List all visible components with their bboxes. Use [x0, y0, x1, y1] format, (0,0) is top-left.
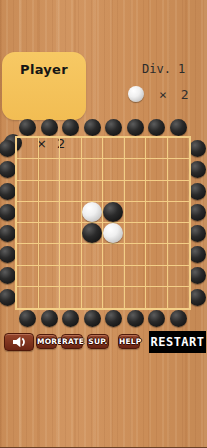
help-button[interactable]: HELP: [118, 334, 140, 349]
board-cell[interactable]: [146, 202, 168, 223]
board-cell[interactable]: [125, 159, 147, 180]
border-stone: [170, 310, 187, 327]
board-cell[interactable]: [60, 159, 82, 180]
board-cell[interactable]: [60, 138, 82, 159]
border-stone: [41, 310, 58, 327]
border-stone: [105, 119, 122, 136]
board-cell[interactable]: [39, 159, 61, 180]
restart-button[interactable]: RESTART: [149, 331, 206, 353]
board-cell[interactable]: [39, 138, 61, 159]
border-stone: [189, 246, 206, 263]
border-stone: [0, 161, 16, 178]
opponent-label: Div. 1: [142, 62, 185, 76]
board-cell[interactable]: [17, 138, 39, 159]
border-stone: [0, 225, 16, 242]
opponent-panel: Div. 1 × 2: [118, 60, 203, 105]
board-cell[interactable]: [125, 244, 147, 265]
sound-button[interactable]: [4, 333, 34, 351]
border-stone: [189, 267, 206, 284]
board-cell[interactable]: [82, 223, 104, 244]
board-cell[interactable]: [103, 266, 125, 287]
board-cell[interactable]: [146, 223, 168, 244]
board-cell[interactable]: [82, 266, 104, 287]
board-cell[interactable]: [146, 181, 168, 202]
black-disc: [103, 202, 123, 222]
board-cell[interactable]: [125, 202, 147, 223]
board-cell[interactable]: [60, 202, 82, 223]
board-cell[interactable]: [39, 223, 61, 244]
board-cell[interactable]: [39, 202, 61, 223]
board-cell[interactable]: [39, 181, 61, 202]
board-cell[interactable]: [146, 287, 168, 308]
border-stone: [84, 310, 101, 327]
border-stone: [105, 310, 122, 327]
board-cell[interactable]: [168, 159, 190, 180]
board-cell[interactable]: [168, 244, 190, 265]
board-cell[interactable]: [125, 266, 147, 287]
board-cell[interactable]: [17, 159, 39, 180]
board-cell[interactable]: [60, 181, 82, 202]
board-cell[interactable]: [168, 138, 190, 159]
board-cell[interactable]: [60, 223, 82, 244]
board-cell[interactable]: [60, 266, 82, 287]
border-stone: [0, 289, 16, 306]
board-cell[interactable]: [82, 202, 104, 223]
board-cell[interactable]: [103, 202, 125, 223]
board-cell[interactable]: [125, 138, 147, 159]
board-cell[interactable]: [17, 202, 39, 223]
board-cell[interactable]: [39, 266, 61, 287]
border-stone: [0, 267, 16, 284]
board-cell[interactable]: [17, 266, 39, 287]
border-stone: [0, 140, 16, 157]
black-disc: [82, 223, 102, 243]
border-stone: [189, 204, 206, 221]
board-cell[interactable]: [17, 244, 39, 265]
board-cell[interactable]: [168, 223, 190, 244]
border-stone: [189, 161, 206, 178]
board-cell[interactable]: [60, 244, 82, 265]
board-cell[interactable]: [103, 138, 125, 159]
board-cell[interactable]: [17, 287, 39, 308]
board-cell[interactable]: [146, 266, 168, 287]
board-cell[interactable]: [17, 223, 39, 244]
border-stone: [148, 310, 165, 327]
opponent-white-disc: [128, 86, 144, 102]
board-cell[interactable]: [103, 181, 125, 202]
white-disc: [103, 223, 123, 243]
border-stone: [84, 119, 101, 136]
border-stone: [62, 310, 79, 327]
speaker-icon: [11, 336, 27, 348]
board-cell[interactable]: [168, 181, 190, 202]
game-screen: Player × 2 Div. 1 × 2 MORE RATE SUP. HEL…: [0, 0, 207, 448]
board-cell[interactable]: [103, 159, 125, 180]
board-cell[interactable]: [168, 287, 190, 308]
board-cell[interactable]: [17, 181, 39, 202]
border-stone: [62, 119, 79, 136]
board-cell[interactable]: [60, 287, 82, 308]
border-stone: [189, 289, 206, 306]
board-cell[interactable]: [146, 138, 168, 159]
border-stone: [148, 119, 165, 136]
more-button[interactable]: MORE: [36, 334, 57, 349]
board-cell[interactable]: [82, 181, 104, 202]
board-cell[interactable]: [125, 223, 147, 244]
board-cell[interactable]: [39, 287, 61, 308]
board-cell[interactable]: [82, 159, 104, 180]
border-stone: [189, 225, 206, 242]
board-cell[interactable]: [168, 266, 190, 287]
rate-button[interactable]: RATE: [61, 334, 83, 349]
border-stone: [0, 183, 16, 200]
board-cell[interactable]: [146, 159, 168, 180]
board-cell[interactable]: [82, 287, 104, 308]
board-cell[interactable]: [103, 223, 125, 244]
border-stone: [0, 246, 16, 263]
board-grid: [15, 136, 191, 310]
border-stone: [41, 119, 58, 136]
board-cell[interactable]: [146, 244, 168, 265]
border-stone: [19, 119, 36, 136]
opponent-score: × 2: [159, 87, 191, 102]
white-disc: [82, 202, 102, 222]
border-stone: [19, 310, 36, 327]
border-stone: [127, 119, 144, 136]
support-button[interactable]: SUP.: [87, 334, 109, 349]
border-stone: [127, 310, 144, 327]
board-cell[interactable]: [125, 181, 147, 202]
board-cell[interactable]: [82, 138, 104, 159]
player-label: Player: [2, 62, 86, 77]
border-stone: [189, 183, 206, 200]
border-stone: [170, 119, 187, 136]
board-cell[interactable]: [125, 287, 147, 308]
board-cell[interactable]: [103, 287, 125, 308]
board-cell[interactable]: [103, 244, 125, 265]
border-stone: [189, 140, 206, 157]
board-cell[interactable]: [168, 202, 190, 223]
border-stone: [0, 204, 16, 221]
board-cell[interactable]: [82, 244, 104, 265]
board-cell[interactable]: [39, 244, 61, 265]
player-panel: Player × 2: [2, 52, 86, 120]
